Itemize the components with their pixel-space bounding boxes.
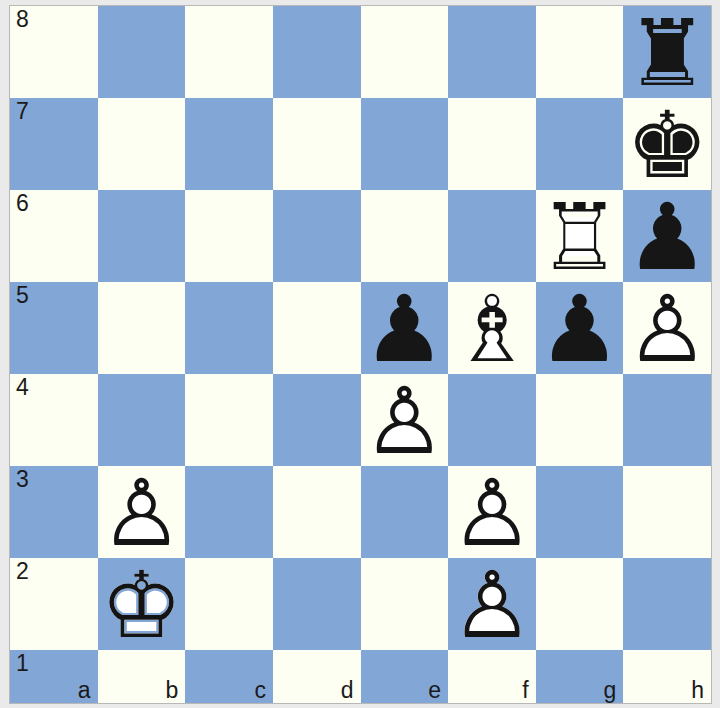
- square-c8[interactable]: [185, 6, 273, 98]
- square-d7[interactable]: [273, 98, 361, 190]
- white-pawn[interactable]: ♟♙: [451, 468, 533, 560]
- square-a8[interactable]: 8: [10, 6, 98, 98]
- black-rook[interactable]: ♜: [626, 8, 708, 100]
- white-pawn-outline: ♙: [451, 468, 533, 560]
- square-c1[interactable]: c: [185, 650, 273, 703]
- square-b3[interactable]: ♟♙: [98, 466, 186, 558]
- white-rook-outline: ♖: [538, 192, 620, 284]
- square-d2[interactable]: [273, 558, 361, 650]
- square-g7[interactable]: [536, 98, 624, 190]
- square-c6[interactable]: [185, 190, 273, 282]
- square-e1[interactable]: e: [361, 650, 449, 703]
- white-pawn[interactable]: ♟♙: [363, 376, 445, 468]
- file-label-f: f: [522, 678, 528, 703]
- square-e5[interactable]: ♟: [361, 282, 449, 374]
- white-king[interactable]: ♚♔: [100, 560, 182, 652]
- rank-label-4: 4: [16, 375, 29, 400]
- square-e7[interactable]: [361, 98, 449, 190]
- square-h3[interactable]: [623, 466, 711, 558]
- square-h1[interactable]: h: [623, 650, 711, 703]
- square-d3[interactable]: [273, 466, 361, 558]
- rank-label-1: 1: [16, 651, 29, 676]
- square-e2[interactable]: [361, 558, 449, 650]
- black-rook-glyph: ♜: [626, 8, 708, 100]
- square-e3[interactable]: [361, 466, 449, 558]
- white-pawn[interactable]: ♟♙: [626, 284, 708, 376]
- square-d6[interactable]: [273, 190, 361, 282]
- white-pawn-outline: ♙: [100, 468, 182, 560]
- square-b7[interactable]: [98, 98, 186, 190]
- square-a4[interactable]: 4: [10, 374, 98, 466]
- square-b5[interactable]: [98, 282, 186, 374]
- black-king[interactable]: ♚: [626, 100, 708, 192]
- square-f6[interactable]: [448, 190, 536, 282]
- square-h7[interactable]: ♚: [623, 98, 711, 190]
- square-f7[interactable]: [448, 98, 536, 190]
- square-e6[interactable]: [361, 190, 449, 282]
- square-b4[interactable]: [98, 374, 186, 466]
- file-label-e: e: [428, 678, 441, 703]
- square-e8[interactable]: [361, 6, 449, 98]
- square-g3[interactable]: [536, 466, 624, 558]
- square-e4[interactable]: ♟♙: [361, 374, 449, 466]
- black-pawn[interactable]: ♟: [538, 284, 620, 376]
- white-pawn-outline: ♙: [363, 376, 445, 468]
- square-h5[interactable]: ♟♙: [623, 282, 711, 374]
- square-h8[interactable]: ♜: [623, 6, 711, 98]
- white-bishop[interactable]: ♝♗: [451, 284, 533, 376]
- black-pawn[interactable]: ♟: [363, 284, 445, 376]
- square-g5[interactable]: ♟: [536, 282, 624, 374]
- square-h2[interactable]: [623, 558, 711, 650]
- white-bishop-outline: ♗: [451, 284, 533, 376]
- square-g8[interactable]: [536, 6, 624, 98]
- square-f3[interactable]: ♟♙: [448, 466, 536, 558]
- square-g6[interactable]: ♜♖: [536, 190, 624, 282]
- square-f4[interactable]: [448, 374, 536, 466]
- square-g2[interactable]: [536, 558, 624, 650]
- square-d4[interactable]: [273, 374, 361, 466]
- file-label-b: b: [165, 678, 178, 703]
- square-a1[interactable]: 1a: [10, 650, 98, 703]
- square-d8[interactable]: [273, 6, 361, 98]
- square-a6[interactable]: 6: [10, 190, 98, 282]
- square-b2[interactable]: ♚♔: [98, 558, 186, 650]
- file-label-g: g: [604, 678, 617, 703]
- square-h6[interactable]: ♟: [623, 190, 711, 282]
- file-label-h: h: [691, 678, 704, 703]
- square-b6[interactable]: [98, 190, 186, 282]
- white-king-outline: ♔: [100, 560, 182, 652]
- square-f8[interactable]: [448, 6, 536, 98]
- square-h4[interactable]: [623, 374, 711, 466]
- black-pawn-glyph: ♟: [538, 284, 620, 376]
- chess-board: 8♜7♚6♜♖♟5♟♝♗♟♟♙4♟♙3♟♙♟♙2♚♔♟♙1abcdefgh: [9, 5, 712, 704]
- square-c4[interactable]: [185, 374, 273, 466]
- file-label-a: a: [78, 678, 91, 703]
- square-b1[interactable]: b: [98, 650, 186, 703]
- white-pawn-outline: ♙: [626, 284, 708, 376]
- black-pawn-glyph: ♟: [626, 192, 708, 284]
- white-pawn[interactable]: ♟♙: [451, 560, 533, 652]
- file-label-c: c: [254, 678, 266, 703]
- square-c5[interactable]: [185, 282, 273, 374]
- black-pawn-glyph: ♟: [363, 284, 445, 376]
- square-g1[interactable]: g: [536, 650, 624, 703]
- white-pawn[interactable]: ♟♙: [100, 468, 182, 560]
- square-a2[interactable]: 2: [10, 558, 98, 650]
- square-d5[interactable]: [273, 282, 361, 374]
- square-a7[interactable]: 7: [10, 98, 98, 190]
- square-d1[interactable]: d: [273, 650, 361, 703]
- black-king-glyph: ♚: [626, 100, 708, 192]
- white-rook[interactable]: ♜♖: [538, 192, 620, 284]
- rank-label-2: 2: [16, 559, 29, 584]
- square-a5[interactable]: 5: [10, 282, 98, 374]
- square-a3[interactable]: 3: [10, 466, 98, 558]
- rank-label-6: 6: [16, 191, 29, 216]
- rank-label-3: 3: [16, 467, 29, 492]
- white-pawn-outline: ♙: [451, 560, 533, 652]
- square-f2[interactable]: ♟♙: [448, 558, 536, 650]
- rank-label-8: 8: [16, 7, 29, 32]
- square-c7[interactable]: [185, 98, 273, 190]
- square-b8[interactable]: [98, 6, 186, 98]
- square-f1[interactable]: f: [448, 650, 536, 703]
- square-g4[interactable]: [536, 374, 624, 466]
- rank-label-5: 5: [16, 283, 29, 308]
- black-pawn[interactable]: ♟: [626, 192, 708, 284]
- square-c3[interactable]: [185, 466, 273, 558]
- square-f5[interactable]: ♝♗: [448, 282, 536, 374]
- file-label-d: d: [341, 678, 354, 703]
- square-c2[interactable]: [185, 558, 273, 650]
- rank-label-7: 7: [16, 99, 29, 124]
